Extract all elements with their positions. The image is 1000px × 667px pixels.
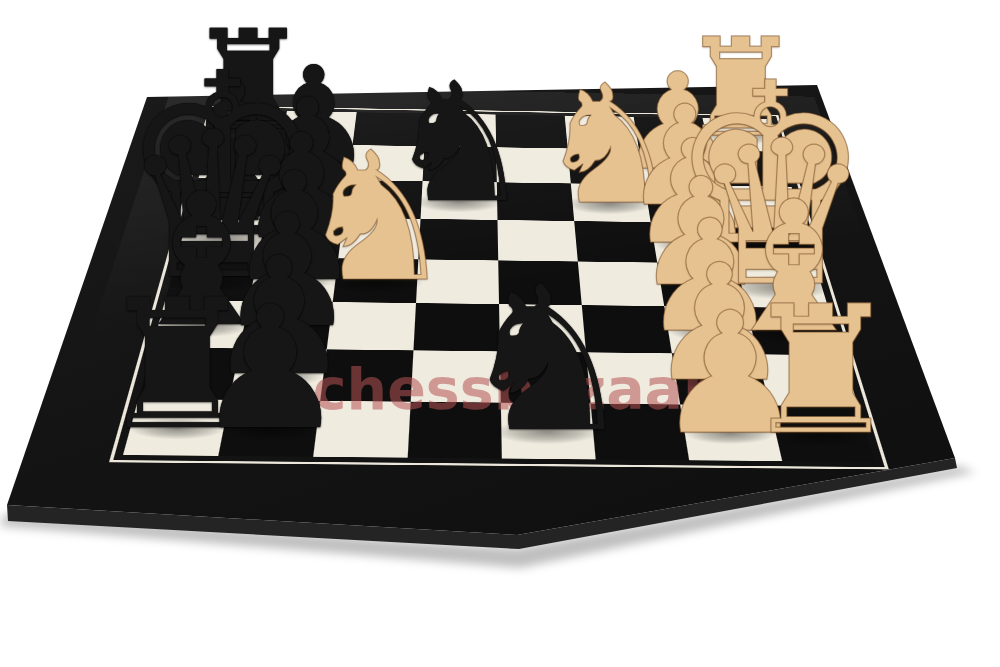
chess-scene: chessbazaar ♜♝♚♛♝♜♟♟♟♟♟♟♟♞♞♞♞♜♚♛♝♜♟♟♟♟♟♟… [0, 0, 1000, 667]
white-rook-a1[interactable]: ♜ [742, 283, 901, 460]
black-knight-a4[interactable]: ♞ [457, 260, 637, 461]
black-pawn-a7[interactable]: ♟ [194, 284, 346, 454]
